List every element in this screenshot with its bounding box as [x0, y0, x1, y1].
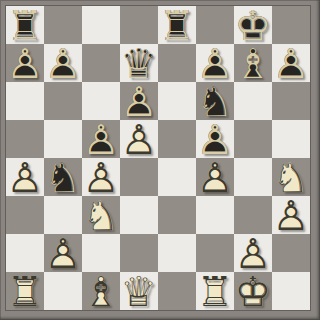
piece-glyph-outline: ♔	[234, 6, 272, 44]
square-e6[interactable]	[158, 82, 196, 120]
square-f2[interactable]	[196, 234, 234, 272]
black-pawn[interactable]: ♟♙	[196, 120, 234, 158]
piece-glyph-outline: ♙	[44, 44, 82, 82]
square-g7[interactable]: ♝♗	[234, 44, 272, 82]
piece-glyph-outline: ♙	[6, 158, 44, 196]
piece-glyph-outline: ♕	[120, 44, 158, 82]
square-g1[interactable]: ♚♔	[234, 272, 272, 310]
black-queen[interactable]: ♛♕	[120, 44, 158, 82]
square-e2[interactable]	[158, 234, 196, 272]
square-a3[interactable]	[6, 196, 44, 234]
square-c3[interactable]: ♞♘	[82, 196, 120, 234]
square-c2[interactable]	[82, 234, 120, 272]
square-e8[interactable]: ♜♖	[158, 6, 196, 44]
square-a6[interactable]	[6, 82, 44, 120]
square-b6[interactable]	[44, 82, 82, 120]
black-bishop[interactable]: ♝♗	[234, 44, 272, 82]
square-b2[interactable]: ♟♙	[44, 234, 82, 272]
piece-glyph-outline: ♙	[120, 82, 158, 120]
square-g2[interactable]: ♟♙	[234, 234, 272, 272]
white-knight[interactable]: ♞♘	[272, 158, 310, 196]
square-f5[interactable]: ♟♙	[196, 120, 234, 158]
square-a2[interactable]	[6, 234, 44, 272]
square-f1[interactable]: ♜♖	[196, 272, 234, 310]
white-rook[interactable]: ♜♖	[196, 272, 234, 310]
white-pawn[interactable]: ♟♙	[44, 234, 82, 272]
square-d4[interactable]	[120, 158, 158, 196]
piece-glyph-outline: ♙	[120, 120, 158, 158]
black-rook[interactable]: ♜♖	[6, 6, 44, 44]
white-knight[interactable]: ♞♘	[82, 196, 120, 234]
square-c7[interactable]	[82, 44, 120, 82]
black-knight[interactable]: ♞♘	[196, 82, 234, 120]
square-h1[interactable]	[272, 272, 310, 310]
square-h7[interactable]: ♟♙	[272, 44, 310, 82]
square-g8[interactable]: ♚♔	[234, 6, 272, 44]
square-h6[interactable]	[272, 82, 310, 120]
piece-glyph-outline: ♖	[158, 6, 196, 44]
square-f7[interactable]: ♟♙	[196, 44, 234, 82]
square-h3[interactable]: ♟♙	[272, 196, 310, 234]
piece-glyph-outline: ♘	[196, 82, 234, 120]
black-pawn[interactable]: ♟♙	[272, 44, 310, 82]
square-g4[interactable]	[234, 158, 272, 196]
white-pawn[interactable]: ♟♙	[272, 196, 310, 234]
square-b7[interactable]: ♟♙	[44, 44, 82, 82]
square-c4[interactable]: ♟♙	[82, 158, 120, 196]
piece-glyph-outline: ♕	[120, 272, 158, 310]
square-a7[interactable]: ♟♙	[6, 44, 44, 82]
white-pawn[interactable]: ♟♙	[82, 158, 120, 196]
square-d1[interactable]: ♛♕	[120, 272, 158, 310]
square-e7[interactable]	[158, 44, 196, 82]
square-g5[interactable]	[234, 120, 272, 158]
square-f4[interactable]: ♟♙	[196, 158, 234, 196]
piece-glyph-outline: ♘	[44, 158, 82, 196]
square-e4[interactable]	[158, 158, 196, 196]
black-pawn[interactable]: ♟♙	[196, 44, 234, 82]
square-e3[interactable]	[158, 196, 196, 234]
square-d3[interactable]	[120, 196, 158, 234]
square-d2[interactable]	[120, 234, 158, 272]
square-e1[interactable]	[158, 272, 196, 310]
piece-glyph-outline: ♖	[6, 272, 44, 310]
square-a8[interactable]: ♜♖	[6, 6, 44, 44]
black-pawn[interactable]: ♟♙	[120, 82, 158, 120]
black-pawn[interactable]: ♟♙	[6, 44, 44, 82]
square-h2[interactable]	[272, 234, 310, 272]
piece-glyph-outline: ♗	[82, 272, 120, 310]
piece-glyph-outline: ♙	[234, 234, 272, 272]
square-b3[interactable]	[44, 196, 82, 234]
piece-glyph-outline: ♙	[272, 44, 310, 82]
black-pawn[interactable]: ♟♙	[82, 120, 120, 158]
square-a4[interactable]: ♟♙	[6, 158, 44, 196]
piece-glyph-outline: ♔	[234, 272, 272, 310]
square-d8[interactable]	[120, 6, 158, 44]
piece-glyph-outline: ♙	[82, 158, 120, 196]
square-f8[interactable]	[196, 6, 234, 44]
black-rook[interactable]: ♜♖	[158, 6, 196, 44]
square-f3[interactable]	[196, 196, 234, 234]
square-d5[interactable]: ♟♙	[120, 120, 158, 158]
square-b1[interactable]	[44, 272, 82, 310]
square-d6[interactable]: ♟♙	[120, 82, 158, 120]
black-pawn[interactable]: ♟♙	[44, 44, 82, 82]
square-d7[interactable]: ♛♕	[120, 44, 158, 82]
square-a5[interactable]	[6, 120, 44, 158]
square-h5[interactable]	[272, 120, 310, 158]
square-g6[interactable]	[234, 82, 272, 120]
square-c8[interactable]	[82, 6, 120, 44]
chess-board: ♜♖♜♖♚♔♟♙♟♙♛♕♟♙♝♗♟♙♟♙♞♘♟♙♟♙♟♙♟♙♞♘♟♙♟♙♞♘♞♘…	[6, 6, 310, 310]
black-king[interactable]: ♚♔	[234, 6, 272, 44]
piece-glyph-outline: ♙	[196, 44, 234, 82]
piece-glyph-outline: ♙	[6, 44, 44, 82]
white-rook[interactable]: ♜♖	[6, 272, 44, 310]
piece-glyph-outline: ♙	[272, 196, 310, 234]
piece-glyph-outline: ♘	[272, 158, 310, 196]
square-f6[interactable]: ♞♘	[196, 82, 234, 120]
square-h4[interactable]: ♞♘	[272, 158, 310, 196]
white-pawn[interactable]: ♟♙	[6, 158, 44, 196]
square-b5[interactable]	[44, 120, 82, 158]
square-c1[interactable]: ♝♗	[82, 272, 120, 310]
white-pawn[interactable]: ♟♙	[196, 158, 234, 196]
square-h8[interactable]	[272, 6, 310, 44]
white-pawn[interactable]: ♟♙	[234, 234, 272, 272]
white-pawn[interactable]: ♟♙	[120, 120, 158, 158]
piece-glyph-outline: ♖	[196, 272, 234, 310]
piece-glyph-outline: ♙	[82, 120, 120, 158]
square-e5[interactable]	[158, 120, 196, 158]
black-knight[interactable]: ♞♘	[44, 158, 82, 196]
square-c5[interactable]: ♟♙	[82, 120, 120, 158]
square-g3[interactable]	[234, 196, 272, 234]
square-b8[interactable]	[44, 6, 82, 44]
white-king[interactable]: ♚♔	[234, 272, 272, 310]
piece-glyph-outline: ♗	[234, 44, 272, 82]
square-c6[interactable]	[82, 82, 120, 120]
square-a1[interactable]: ♜♖	[6, 272, 44, 310]
piece-glyph-outline: ♘	[82, 196, 120, 234]
piece-glyph-outline: ♖	[6, 6, 44, 44]
white-bishop[interactable]: ♝♗	[82, 272, 120, 310]
board-frame: ♜♖♜♖♚♔♟♙♟♙♛♕♟♙♝♗♟♙♟♙♞♘♟♙♟♙♟♙♟♙♞♘♟♙♟♙♞♘♞♘…	[0, 0, 320, 320]
piece-glyph-outline: ♙	[44, 234, 82, 272]
piece-glyph-outline: ♙	[196, 120, 234, 158]
square-b4[interactable]: ♞♘	[44, 158, 82, 196]
white-queen[interactable]: ♛♕	[120, 272, 158, 310]
piece-glyph-outline: ♙	[196, 158, 234, 196]
